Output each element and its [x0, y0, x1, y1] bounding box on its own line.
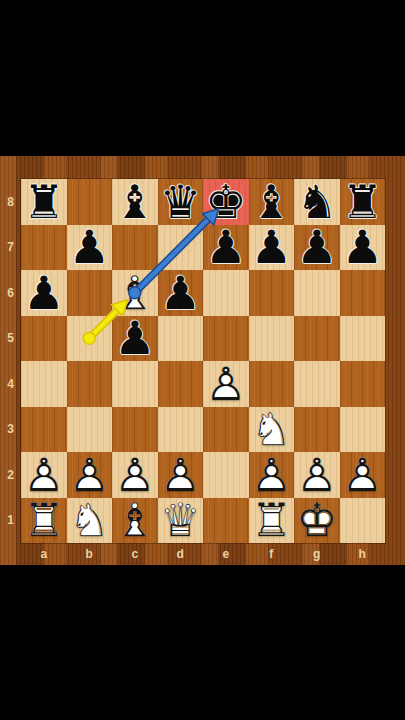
file-label-h: h: [340, 543, 386, 564]
square-e5[interactable]: [203, 316, 249, 362]
black-bishop-f8[interactable]: ♝: [249, 179, 295, 225]
square-a6[interactable]: ♟: [21, 270, 67, 316]
black-bishop-c8[interactable]: ♝: [112, 179, 158, 225]
file-label-e: e: [203, 543, 249, 564]
rank-label-4: 4: [0, 361, 21, 407]
square-f2[interactable]: ♟♙: [249, 452, 295, 498]
square-f6[interactable]: [249, 270, 295, 316]
app-screen: 87654321 ♜♝♛♚♝♞♜♟♟♟♟♟♟♝♗♟♟♟♙♞♘♟♙♟♙♟♙♟♙♟♙…: [0, 0, 405, 720]
square-e4[interactable]: ♟♙: [203, 361, 249, 407]
board-frame: 87654321 ♜♝♛♚♝♞♜♟♟♟♟♟♟♝♗♟♟♟♙♞♘♟♙♟♙♟♙♟♙♟♙…: [0, 156, 405, 565]
black-pawn-e7[interactable]: ♟: [203, 225, 249, 271]
white-pawn-f2[interactable]: ♟♙: [249, 452, 295, 498]
white-king-g1[interactable]: ♚♔: [294, 498, 340, 544]
rank-label-5: 5: [0, 316, 21, 362]
black-pawn-c5[interactable]: ♟: [112, 316, 158, 362]
square-h6[interactable]: [340, 270, 386, 316]
square-d8[interactable]: ♛: [158, 179, 204, 225]
square-b2[interactable]: ♟♙: [67, 452, 113, 498]
square-d2[interactable]: ♟♙: [158, 452, 204, 498]
rank-labels: 87654321: [0, 179, 21, 543]
square-g1[interactable]: ♚♔: [294, 498, 340, 544]
square-c6[interactable]: ♝♗: [112, 270, 158, 316]
square-d5[interactable]: [158, 316, 204, 362]
square-f4[interactable]: [249, 361, 295, 407]
square-c7[interactable]: [112, 225, 158, 271]
square-g7[interactable]: ♟: [294, 225, 340, 271]
file-label-a: a: [21, 543, 67, 564]
file-labels: abcdefgh: [21, 543, 385, 564]
square-b3[interactable]: [67, 407, 113, 453]
rank-label-7: 7: [0, 225, 21, 271]
square-d3[interactable]: [158, 407, 204, 453]
square-g4[interactable]: [294, 361, 340, 407]
black-pawn-f7[interactable]: ♟: [249, 225, 295, 271]
square-a4[interactable]: [21, 361, 67, 407]
square-c8[interactable]: ♝: [112, 179, 158, 225]
square-e6[interactable]: [203, 270, 249, 316]
black-king-e8[interactable]: ♚: [203, 179, 249, 225]
square-a5[interactable]: [21, 316, 67, 362]
white-pawn-h2[interactable]: ♟♙: [340, 452, 386, 498]
white-pawn-c2[interactable]: ♟♙: [112, 452, 158, 498]
square-d7[interactable]: [158, 225, 204, 271]
black-rook-h8[interactable]: ♜: [340, 179, 386, 225]
square-a3[interactable]: [21, 407, 67, 453]
white-pawn-g2[interactable]: ♟♙: [294, 452, 340, 498]
square-c4[interactable]: [112, 361, 158, 407]
square-e7[interactable]: ♟: [203, 225, 249, 271]
rank-label-3: 3: [0, 407, 21, 453]
square-d6[interactable]: ♟: [158, 270, 204, 316]
chess-board[interactable]: ♜♝♛♚♝♞♜♟♟♟♟♟♟♝♗♟♟♟♙♞♘♟♙♟♙♟♙♟♙♟♙♟♙♟♙♜♖♞♘♝…: [21, 179, 385, 543]
square-h3[interactable]: [340, 407, 386, 453]
square-c2[interactable]: ♟♙: [112, 452, 158, 498]
square-g6[interactable]: [294, 270, 340, 316]
rank-label-8: 8: [0, 179, 21, 225]
square-f5[interactable]: [249, 316, 295, 362]
white-bishop-c6[interactable]: ♝♗: [112, 270, 158, 316]
square-h4[interactable]: [340, 361, 386, 407]
square-h2[interactable]: ♟♙: [340, 452, 386, 498]
square-e3[interactable]: [203, 407, 249, 453]
square-h7[interactable]: ♟: [340, 225, 386, 271]
white-knight-f3[interactable]: ♞♘: [249, 407, 295, 453]
square-g8[interactable]: ♞: [294, 179, 340, 225]
square-e8[interactable]: ♚: [203, 179, 249, 225]
black-knight-g8[interactable]: ♞: [294, 179, 340, 225]
black-pawn-g7[interactable]: ♟: [294, 225, 340, 271]
rank-label-1: 1: [0, 498, 21, 544]
file-label-b: b: [67, 543, 113, 564]
rank-label-6: 6: [0, 270, 21, 316]
white-queen-d1[interactable]: ♛♕: [158, 498, 204, 544]
letterbox-bottom: [0, 565, 405, 720]
square-b7[interactable]: ♟: [67, 225, 113, 271]
square-a2[interactable]: ♟♙: [21, 452, 67, 498]
square-c3[interactable]: [112, 407, 158, 453]
square-a1[interactable]: ♜♖: [21, 498, 67, 544]
white-pawn-e4[interactable]: ♟♙: [203, 361, 249, 407]
square-c1[interactable]: ♝♗: [112, 498, 158, 544]
square-f7[interactable]: ♟: [249, 225, 295, 271]
white-bishop-c1[interactable]: ♝♗: [112, 498, 158, 544]
white-pawn-a2[interactable]: ♟♙: [21, 452, 67, 498]
square-g2[interactable]: ♟♙: [294, 452, 340, 498]
file-label-c: c: [112, 543, 158, 564]
letterbox-top: [0, 0, 405, 156]
square-b1[interactable]: ♞♘: [67, 498, 113, 544]
square-b4[interactable]: [67, 361, 113, 407]
square-c5[interactable]: ♟: [112, 316, 158, 362]
square-h5[interactable]: [340, 316, 386, 362]
square-d1[interactable]: ♛♕: [158, 498, 204, 544]
square-g3[interactable]: [294, 407, 340, 453]
square-e2[interactable]: [203, 452, 249, 498]
white-rook-f1[interactable]: ♜♖: [249, 498, 295, 544]
black-queen-d8[interactable]: ♛: [158, 179, 204, 225]
square-f3[interactable]: ♞♘: [249, 407, 295, 453]
square-a8[interactable]: ♜: [21, 179, 67, 225]
black-rook-a8[interactable]: ♜: [21, 179, 67, 225]
square-f8[interactable]: ♝: [249, 179, 295, 225]
black-pawn-h7[interactable]: ♟: [340, 225, 386, 271]
square-g5[interactable]: [294, 316, 340, 362]
square-f1[interactable]: ♜♖: [249, 498, 295, 544]
square-d4[interactable]: [158, 361, 204, 407]
white-pawn-d2[interactable]: ♟♙: [158, 452, 204, 498]
square-e1[interactable]: [203, 498, 249, 544]
white-pawn-b2[interactable]: ♟♙: [67, 452, 113, 498]
white-knight-b1[interactable]: ♞♘: [67, 498, 113, 544]
rank-label-2: 2: [0, 452, 21, 498]
square-b5[interactable]: [67, 316, 113, 362]
square-b8[interactable]: [67, 179, 113, 225]
black-pawn-b7[interactable]: ♟: [67, 225, 113, 271]
file-label-f: f: [249, 543, 295, 564]
black-pawn-a6[interactable]: ♟: [21, 270, 67, 316]
file-label-d: d: [158, 543, 204, 564]
square-b6[interactable]: [67, 270, 113, 316]
square-h8[interactable]: ♜: [340, 179, 386, 225]
white-rook-a1[interactable]: ♜♖: [21, 498, 67, 544]
square-h1[interactable]: [340, 498, 386, 544]
file-label-g: g: [294, 543, 340, 564]
square-a7[interactable]: [21, 225, 67, 271]
black-pawn-d6[interactable]: ♟: [158, 270, 204, 316]
